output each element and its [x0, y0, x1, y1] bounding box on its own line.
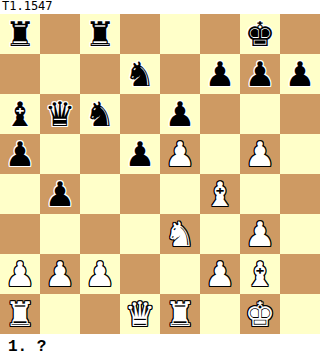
square-h1[interactable] — [280, 294, 320, 334]
square-d6[interactable] — [120, 94, 160, 134]
black-pawn: ♟ — [5, 134, 35, 174]
square-b6[interactable]: ♛ — [40, 94, 80, 134]
white-pawn: ♟ — [245, 134, 275, 174]
square-c4[interactable] — [80, 174, 120, 214]
square-f3[interactable] — [200, 214, 240, 254]
white-bishop: ♝ — [205, 174, 235, 214]
black-pawn: ♟ — [285, 54, 315, 94]
black-knight: ♞ — [85, 94, 115, 134]
white-pawn: ♟ — [205, 254, 235, 294]
square-a6[interactable]: ♝ — [0, 94, 40, 134]
black-pawn: ♟ — [165, 94, 195, 134]
square-f2[interactable]: ♟ — [200, 254, 240, 294]
square-a8[interactable]: ♜ — [0, 14, 40, 54]
square-e8[interactable] — [160, 14, 200, 54]
puzzle-title: T1.1547 — [0, 0, 320, 14]
square-a4[interactable] — [0, 174, 40, 214]
square-c3[interactable] — [80, 214, 120, 254]
square-d5[interactable]: ♟ — [120, 134, 160, 174]
black-pawn: ♟ — [245, 54, 275, 94]
square-h3[interactable] — [280, 214, 320, 254]
square-e1[interactable]: ♜ — [160, 294, 200, 334]
square-e3[interactable]: ♞ — [160, 214, 200, 254]
square-g8[interactable]: ♚ — [240, 14, 280, 54]
black-knight: ♞ — [125, 54, 155, 94]
white-pawn: ♟ — [245, 214, 275, 254]
square-a2[interactable]: ♟ — [0, 254, 40, 294]
black-pawn: ♟ — [125, 134, 155, 174]
square-h6[interactable] — [280, 94, 320, 134]
square-f4[interactable]: ♝ — [200, 174, 240, 214]
square-f8[interactable] — [200, 14, 240, 54]
square-f7[interactable]: ♟ — [200, 54, 240, 94]
black-queen: ♛ — [45, 94, 75, 134]
square-f5[interactable] — [200, 134, 240, 174]
square-d7[interactable]: ♞ — [120, 54, 160, 94]
square-c7[interactable] — [80, 54, 120, 94]
square-e7[interactable] — [160, 54, 200, 94]
square-b5[interactable] — [40, 134, 80, 174]
square-g7[interactable]: ♟ — [240, 54, 280, 94]
square-b8[interactable] — [40, 14, 80, 54]
square-g1[interactable]: ♚ — [240, 294, 280, 334]
square-c8[interactable]: ♜ — [80, 14, 120, 54]
white-rook: ♜ — [165, 294, 195, 334]
square-h7[interactable]: ♟ — [280, 54, 320, 94]
white-queen: ♛ — [125, 294, 155, 334]
square-e6[interactable]: ♟ — [160, 94, 200, 134]
black-rook: ♜ — [85, 14, 115, 54]
white-rook: ♜ — [5, 294, 35, 334]
square-f1[interactable] — [200, 294, 240, 334]
square-c5[interactable] — [80, 134, 120, 174]
white-king: ♚ — [245, 294, 275, 334]
white-bishop: ♝ — [245, 254, 275, 294]
square-e5[interactable]: ♟ — [160, 134, 200, 174]
square-a3[interactable] — [0, 214, 40, 254]
white-pawn: ♟ — [165, 134, 195, 174]
black-bishop: ♝ — [5, 94, 35, 134]
square-c2[interactable]: ♟ — [80, 254, 120, 294]
square-h2[interactable] — [280, 254, 320, 294]
white-pawn: ♟ — [45, 254, 75, 294]
square-b2[interactable]: ♟ — [40, 254, 80, 294]
square-b3[interactable] — [40, 214, 80, 254]
black-rook: ♜ — [5, 14, 35, 54]
black-pawn: ♟ — [45, 174, 75, 214]
square-f6[interactable] — [200, 94, 240, 134]
black-king: ♚ — [245, 14, 275, 54]
square-c6[interactable]: ♞ — [80, 94, 120, 134]
square-h8[interactable] — [280, 14, 320, 54]
square-a7[interactable] — [0, 54, 40, 94]
move-prompt: 1. ? — [0, 334, 320, 360]
square-e2[interactable] — [160, 254, 200, 294]
square-d8[interactable] — [120, 14, 160, 54]
white-knight: ♞ — [165, 214, 195, 254]
white-pawn: ♟ — [5, 254, 35, 294]
square-h4[interactable] — [280, 174, 320, 214]
square-d4[interactable] — [120, 174, 160, 214]
square-d2[interactable] — [120, 254, 160, 294]
square-a1[interactable]: ♜ — [0, 294, 40, 334]
square-d3[interactable] — [120, 214, 160, 254]
square-h5[interactable] — [280, 134, 320, 174]
square-g5[interactable]: ♟ — [240, 134, 280, 174]
square-d1[interactable]: ♛ — [120, 294, 160, 334]
chess-board: ♜♜♚♞♟♟♟♝♛♞♟♟♟♟♟♟♝♞♟♟♟♟♟♝♜♛♜♚ — [0, 14, 320, 334]
square-c1[interactable] — [80, 294, 120, 334]
square-g6[interactable] — [240, 94, 280, 134]
square-g2[interactable]: ♝ — [240, 254, 280, 294]
square-b1[interactable] — [40, 294, 80, 334]
square-b4[interactable]: ♟ — [40, 174, 80, 214]
square-a5[interactable]: ♟ — [0, 134, 40, 174]
black-pawn: ♟ — [205, 54, 235, 94]
square-g4[interactable] — [240, 174, 280, 214]
white-pawn: ♟ — [85, 254, 115, 294]
square-g3[interactable]: ♟ — [240, 214, 280, 254]
square-e4[interactable] — [160, 174, 200, 214]
square-b7[interactable] — [40, 54, 80, 94]
